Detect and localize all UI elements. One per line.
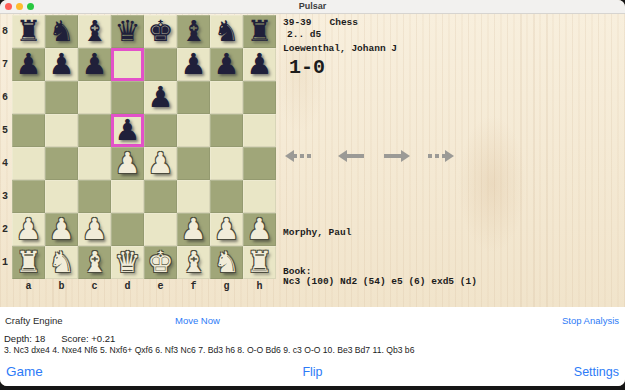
file-label-e: e <box>144 280 177 293</box>
black-pawn: ♟ <box>144 81 177 114</box>
square-h8[interactable]: ♜ <box>243 15 276 48</box>
square-a1[interactable]: ♜ <box>12 246 45 279</box>
square-e4[interactable]: ♟ <box>144 147 177 180</box>
square-g4[interactable] <box>210 147 243 180</box>
square-c6[interactable] <box>78 81 111 114</box>
square-a2[interactable]: ♟ <box>12 213 45 246</box>
file-labels: abcdefgh <box>12 280 276 293</box>
file-label-g: g <box>210 280 243 293</box>
square-b1[interactable]: ♞ <box>45 246 78 279</box>
square-g1[interactable]: ♞ <box>210 246 243 279</box>
black-pawn: ♟ <box>177 48 210 81</box>
move-navigation <box>285 150 457 162</box>
square-c1[interactable]: ♝ <box>78 246 111 279</box>
square-a4[interactable] <box>12 147 45 180</box>
arrow-tail <box>428 154 446 158</box>
black-pawn: ♟ <box>12 48 45 81</box>
flip-button[interactable]: Flip <box>302 365 322 379</box>
game-result: 1-0 <box>289 56 325 79</box>
white-pawn: ♟ <box>144 147 177 180</box>
step-forward-button[interactable] <box>383 150 410 162</box>
square-h3[interactable] <box>243 180 276 213</box>
jump-to-start-button[interactable] <box>285 150 312 162</box>
book-moves: Nc3 (100) Nd2 (54) e5 (6) exd5 (1) <box>283 276 477 287</box>
white-pawn: ♟ <box>111 147 144 180</box>
depth-score-line: Depth: 18Score: +0.21 <box>4 333 115 344</box>
square-f4[interactable] <box>177 147 210 180</box>
square-b6[interactable] <box>45 81 78 114</box>
square-b3[interactable] <box>45 180 78 213</box>
square-d7[interactable] <box>111 48 144 81</box>
white-king: ♚ <box>144 246 177 279</box>
square-c5[interactable] <box>78 114 111 147</box>
black-king: ♚ <box>144 15 177 48</box>
engine-score: Score: +0.21 <box>61 333 115 344</box>
square-h6[interactable] <box>243 81 276 114</box>
white-knight: ♞ <box>210 246 243 279</box>
square-f8[interactable]: ♝ <box>177 15 210 48</box>
file-label-d: d <box>111 280 144 293</box>
square-d3[interactable] <box>111 180 144 213</box>
square-f1[interactable]: ♝ <box>177 246 210 279</box>
square-f5[interactable] <box>177 114 210 147</box>
square-b8[interactable]: ♞ <box>45 15 78 48</box>
square-h7[interactable]: ♟ <box>243 48 276 81</box>
square-e1[interactable]: ♚ <box>144 246 177 279</box>
square-c3[interactable] <box>78 180 111 213</box>
black-pawn: ♟ <box>78 48 111 81</box>
black-rook: ♜ <box>243 15 276 48</box>
white-rook: ♜ <box>243 246 276 279</box>
square-h2[interactable]: ♟ <box>243 213 276 246</box>
square-c2[interactable]: ♟ <box>78 213 111 246</box>
square-c4[interactable] <box>78 147 111 180</box>
square-h5[interactable] <box>243 114 276 147</box>
square-a8[interactable]: ♜ <box>12 15 45 48</box>
square-b5[interactable] <box>45 114 78 147</box>
square-g5[interactable] <box>210 114 243 147</box>
top-player-name: Loewenthal, Johann J <box>283 43 397 54</box>
rank-labels: 87654321 <box>2 15 12 279</box>
clocks: 39-39 <box>283 17 312 28</box>
square-f6[interactable] <box>177 81 210 114</box>
current-move: 2.. d5 <box>287 29 321 40</box>
right-arrow-icon <box>445 150 454 162</box>
file-label-c: c <box>78 280 111 293</box>
black-pawn: ♟ <box>243 48 276 81</box>
rank-label-3: 3 <box>2 180 12 213</box>
main-area: 87654321 ♜♞♝♛♚♝♞♜♟♟♟♟♟♟♟♟♟♟♟♟♟♟♟♟♜♞♝♛♚♝♞… <box>0 14 625 307</box>
square-a5[interactable] <box>12 114 45 147</box>
bottom-player-name: Morphy, Paul <box>283 227 351 238</box>
rank-label-5: 5 <box>2 114 12 147</box>
white-bishop: ♝ <box>78 246 111 279</box>
black-pawn: ♟ <box>45 48 78 81</box>
square-e8[interactable]: ♚ <box>144 15 177 48</box>
square-d1[interactable]: ♛ <box>111 246 144 279</box>
jump-to-end-button[interactable] <box>427 150 454 162</box>
square-g3[interactable] <box>210 180 243 213</box>
white-pawn: ♟ <box>12 213 45 246</box>
white-bishop: ♝ <box>177 246 210 279</box>
black-rook: ♜ <box>12 15 45 48</box>
black-knight: ♞ <box>45 15 78 48</box>
file-label-b: b <box>45 280 78 293</box>
black-bishop: ♝ <box>78 15 111 48</box>
settings-button[interactable]: Settings <box>574 365 619 379</box>
square-b2[interactable]: ♟ <box>45 213 78 246</box>
step-back-button[interactable] <box>338 150 365 162</box>
white-pawn: ♟ <box>243 213 276 246</box>
white-pawn: ♟ <box>78 213 111 246</box>
engine-depth: Depth: 18 <box>4 333 45 344</box>
square-c7[interactable]: ♟ <box>78 48 111 81</box>
arrow-tail <box>293 154 311 158</box>
square-a3[interactable] <box>12 180 45 213</box>
square-h4[interactable] <box>243 147 276 180</box>
stop-analysis-button[interactable]: Stop Analysis <box>562 315 619 326</box>
right-arrow-icon <box>401 150 410 162</box>
black-knight: ♞ <box>210 15 243 48</box>
square-f3[interactable] <box>177 180 210 213</box>
move-now-button[interactable]: Move Now <box>175 315 220 326</box>
square-h1[interactable]: ♜ <box>243 246 276 279</box>
square-d4[interactable]: ♟ <box>111 147 144 180</box>
square-d6[interactable] <box>111 81 144 114</box>
rank-label-8: 8 <box>2 15 12 48</box>
pulsar-window: Pulsar 87654321 ♜♞♝♛♚♝♞♜♟♟♟♟♟♟♟♟♟♟♟♟♟♟♟♟… <box>0 0 625 386</box>
square-f2[interactable]: ♟ <box>177 213 210 246</box>
square-e2[interactable] <box>144 213 177 246</box>
square-a7[interactable]: ♟ <box>12 48 45 81</box>
square-g6[interactable] <box>210 81 243 114</box>
square-e3[interactable] <box>144 180 177 213</box>
engine-panel: Crafty Engine Move Now Stop Analysis Dep… <box>0 307 625 386</box>
rank-label-1: 1 <box>2 246 12 279</box>
white-pawn: ♟ <box>210 213 243 246</box>
white-rook: ♜ <box>12 246 45 279</box>
square-g8[interactable]: ♞ <box>210 15 243 48</box>
square-d2[interactable] <box>111 213 144 246</box>
window-title: Pulsar <box>0 1 625 11</box>
white-queen: ♛ <box>111 246 144 279</box>
square-e5[interactable] <box>144 114 177 147</box>
square-c8[interactable]: ♝ <box>78 15 111 48</box>
square-b4[interactable] <box>45 147 78 180</box>
white-pawn: ♟ <box>177 213 210 246</box>
square-d8[interactable]: ♛ <box>111 15 144 48</box>
rank-label-2: 2 <box>2 213 12 246</box>
black-pawn: ♟ <box>111 114 144 147</box>
rank-label-4: 4 <box>2 147 12 180</box>
rank-label-7: 7 <box>2 48 12 81</box>
screen: Pulsar 87654321 ♜♞♝♛♚♝♞♜♟♟♟♟♟♟♟♟♟♟♟♟♟♟♟♟… <box>0 0 625 390</box>
square-f7[interactable]: ♟ <box>177 48 210 81</box>
file-label-a: a <box>12 280 45 293</box>
black-pawn: ♟ <box>210 48 243 81</box>
square-g7[interactable]: ♟ <box>210 48 243 81</box>
square-d5[interactable]: ♟ <box>111 114 144 147</box>
white-knight: ♞ <box>45 246 78 279</box>
game-button[interactable]: Game <box>6 364 43 379</box>
white-pawn: ♟ <box>45 213 78 246</box>
game-mode: Chess <box>330 17 359 28</box>
black-bishop: ♝ <box>177 15 210 48</box>
square-g2[interactable]: ♟ <box>210 213 243 246</box>
clock-line: 39-39Chess <box>283 17 358 28</box>
engine-name: Crafty Engine <box>5 315 63 326</box>
square-a6[interactable] <box>12 81 45 114</box>
title-bar: Pulsar <box>0 0 625 14</box>
arrow-tail <box>346 154 364 158</box>
square-b7[interactable]: ♟ <box>45 48 78 81</box>
square-e7[interactable] <box>144 48 177 81</box>
board: ♜♞♝♛♚♝♞♜♟♟♟♟♟♟♟♟♟♟♟♟♟♟♟♟♜♞♝♛♚♝♞♜ <box>12 15 276 279</box>
square-e6[interactable]: ♟ <box>144 81 177 114</box>
file-label-h: h <box>243 280 276 293</box>
file-label-f: f <box>177 280 210 293</box>
engine-analysis-line: 3. Nc3 dxe4 4. Nxe4 Nf6 5. Nxf6+ Qxf6 6.… <box>4 345 414 355</box>
rank-label-6: 6 <box>2 81 12 114</box>
arrow-tail <box>384 154 402 158</box>
black-queen: ♛ <box>111 15 144 48</box>
